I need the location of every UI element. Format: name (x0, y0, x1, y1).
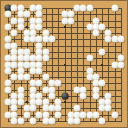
white-stone[interactable] (80, 93, 87, 100)
white-stone[interactable] (11, 55, 18, 62)
white-stone[interactable] (93, 112, 100, 119)
white-stone[interactable] (11, 18, 18, 25)
white-stone[interactable] (49, 118, 56, 125)
go-board[interactable] (0, 0, 128, 128)
star-point (26, 26, 28, 28)
star-point (26, 101, 28, 103)
white-stone[interactable] (11, 30, 18, 37)
white-stone[interactable] (36, 55, 43, 62)
star-point (64, 64, 66, 66)
white-stone[interactable] (118, 62, 125, 69)
white-stone[interactable] (87, 55, 94, 62)
star-point (64, 26, 66, 28)
grid-line-h (8, 90, 122, 91)
white-stone[interactable] (43, 74, 50, 81)
grid-line-v (71, 8, 72, 122)
white-stone[interactable] (36, 68, 43, 75)
white-stone[interactable] (99, 80, 106, 87)
white-stone[interactable] (68, 18, 75, 25)
white-stone[interactable] (11, 105, 18, 112)
white-stone[interactable] (105, 36, 112, 43)
white-stone[interactable] (43, 55, 50, 62)
white-stone[interactable] (118, 55, 125, 62)
white-stone[interactable] (93, 30, 100, 37)
white-stone[interactable] (36, 99, 43, 106)
white-stone[interactable] (30, 105, 37, 112)
white-stone[interactable] (18, 24, 25, 31)
black-stone[interactable] (62, 93, 69, 100)
white-stone[interactable] (99, 24, 106, 31)
white-stone[interactable] (55, 112, 62, 119)
white-stone[interactable] (18, 118, 25, 125)
white-stone[interactable] (24, 74, 31, 81)
white-stone[interactable] (80, 112, 87, 119)
grid-line-v (83, 8, 84, 122)
star-point (64, 101, 66, 103)
white-stone[interactable] (112, 5, 119, 12)
white-stone[interactable] (24, 112, 31, 119)
star-point (101, 64, 103, 66)
white-stone[interactable] (49, 36, 56, 43)
white-stone[interactable] (5, 87, 12, 94)
white-stone[interactable] (74, 105, 81, 112)
white-stone[interactable] (99, 118, 106, 125)
white-stone[interactable] (93, 93, 100, 100)
white-stone[interactable] (36, 11, 43, 18)
white-stone[interactable] (11, 74, 18, 81)
white-stone[interactable] (87, 5, 94, 12)
white-stone[interactable] (36, 112, 43, 119)
white-stone[interactable] (18, 99, 25, 106)
white-stone[interactable] (55, 80, 62, 87)
white-stone[interactable] (36, 36, 43, 43)
white-stone[interactable] (11, 118, 18, 125)
white-stone[interactable] (5, 11, 12, 18)
white-stone[interactable] (80, 5, 87, 12)
white-stone[interactable] (5, 24, 12, 31)
white-stone[interactable] (36, 80, 43, 87)
white-stone[interactable] (105, 105, 112, 112)
grid-line-h (8, 71, 122, 72)
white-stone[interactable] (5, 36, 12, 43)
white-stone[interactable] (5, 68, 12, 75)
white-stone[interactable] (74, 118, 81, 125)
white-stone[interactable] (11, 5, 18, 12)
white-stone[interactable] (36, 24, 43, 31)
white-stone[interactable] (68, 11, 75, 18)
white-stone[interactable] (99, 49, 106, 56)
white-stone[interactable] (30, 118, 37, 125)
white-stone[interactable] (118, 36, 125, 43)
white-stone[interactable] (11, 62, 18, 69)
white-stone[interactable] (112, 112, 119, 119)
white-stone[interactable] (49, 93, 56, 100)
white-stone[interactable] (5, 80, 12, 87)
white-stone[interactable] (24, 11, 31, 18)
white-stone[interactable] (55, 105, 62, 112)
